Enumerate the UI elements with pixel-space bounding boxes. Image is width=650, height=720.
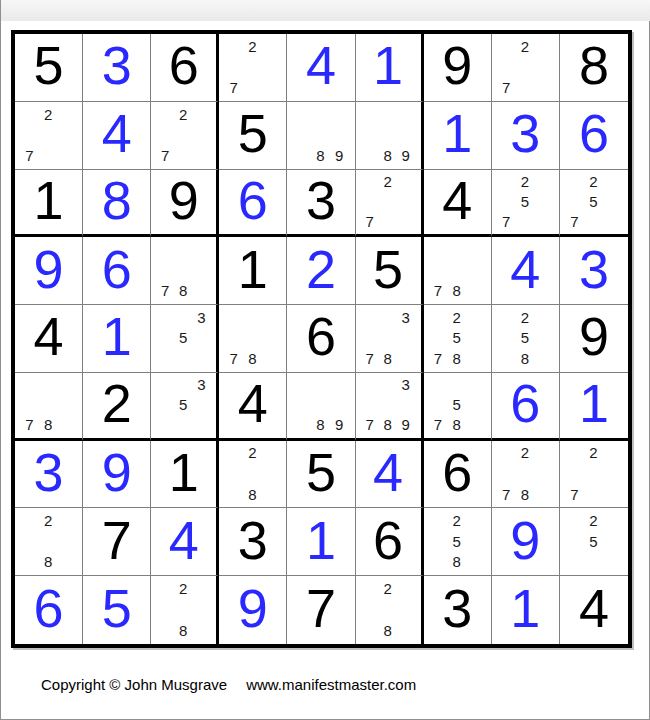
cell-r8c5: 1 — [287, 508, 355, 576]
cell-r5c2: 1 — [83, 305, 151, 373]
cell-r6c5: 89 — [287, 373, 355, 441]
candidate-7: 7 — [361, 348, 379, 369]
cell-r8c1: 28 — [15, 508, 83, 576]
cell-r6c9: 1 — [560, 373, 628, 441]
solved-digit: 9 — [510, 513, 540, 567]
candidate-7: 7 — [497, 77, 516, 98]
candidate-2: 2 — [515, 307, 534, 328]
cell-r2c9: 6 — [560, 102, 628, 170]
cell-r1c5: 4 — [287, 34, 355, 102]
cell-r1c1: 5 — [15, 34, 83, 102]
cell-r4c6: 5 — [356, 237, 424, 305]
pencil-marks: 89 — [287, 373, 354, 438]
cell-r1c9: 8 — [560, 34, 628, 102]
cell-r3c8: 257 — [492, 170, 560, 238]
cell-r8c8: 9 — [492, 508, 560, 576]
pencil-marks: 258 — [492, 305, 559, 372]
solved-digit: 1 — [442, 106, 472, 160]
candidate-8: 8 — [379, 348, 397, 369]
given-digit: 6 — [306, 309, 336, 363]
candidate-8: 8 — [39, 415, 58, 435]
cell-r2c3: 27 — [151, 102, 219, 170]
pencil-marks: 28 — [356, 576, 421, 644]
solved-digit: 4 — [510, 242, 540, 296]
website-url: www.manifestmaster.com — [246, 676, 416, 693]
pencil-marks: 27 — [560, 441, 628, 508]
candidate-7: 7 — [224, 77, 243, 98]
cell-r3c6: 27 — [356, 170, 424, 238]
candidate-2: 2 — [584, 443, 603, 464]
cell-r7c1: 3 — [15, 441, 83, 509]
candidate-7: 7 — [156, 281, 174, 302]
cell-r4c8: 4 — [492, 237, 560, 305]
candidate-2: 2 — [379, 172, 397, 192]
cell-r1c4: 27 — [219, 34, 287, 102]
pencil-marks: 257 — [560, 170, 628, 235]
candidate-2: 2 — [39, 104, 58, 125]
cell-r6c8: 6 — [492, 373, 560, 441]
pencil-marks: 89 — [356, 102, 421, 169]
pencil-marks: 78 — [151, 237, 216, 304]
candidate-7: 7 — [429, 415, 448, 435]
given-digit: 9 — [169, 173, 199, 227]
candidate-5: 5 — [447, 328, 466, 349]
cell-r5c9: 9 — [560, 305, 628, 373]
cell-r9c9: 4 — [560, 576, 628, 644]
given-digit: 6 — [169, 38, 199, 92]
cell-r3c3: 9 — [151, 170, 219, 238]
cell-r2c6: 89 — [356, 102, 424, 170]
candidate-2: 2 — [379, 578, 397, 599]
candidate-7: 7 — [429, 348, 448, 369]
cell-r2c7: 1 — [424, 102, 492, 170]
cell-r6c6: 3789 — [356, 373, 424, 441]
cell-r5c4: 78 — [219, 305, 287, 373]
candidate-8: 8 — [243, 484, 262, 505]
solved-digit: 3 — [510, 106, 540, 160]
cell-r9c2: 5 — [83, 576, 151, 644]
cell-r4c5: 2 — [287, 237, 355, 305]
cell-r3c7: 4 — [424, 170, 492, 238]
given-digit: 4 — [238, 376, 268, 430]
candidate-5: 5 — [447, 531, 466, 552]
given-digit: 6 — [442, 445, 472, 499]
given-digit: 4 — [34, 309, 64, 363]
cell-r1c8: 27 — [492, 34, 560, 102]
solved-digit: 1 — [579, 376, 609, 430]
candidate-5: 5 — [174, 395, 192, 415]
pencil-marks: 89 — [287, 102, 354, 169]
cell-r3c1: 1 — [15, 170, 83, 238]
cell-r1c6: 1 — [356, 34, 424, 102]
given-digit: 3 — [238, 513, 268, 567]
pencil-marks: 278 — [492, 441, 559, 508]
given-digit: 5 — [238, 106, 268, 160]
candidate-8: 8 — [311, 415, 330, 435]
candidate-8: 8 — [174, 281, 192, 302]
cell-r4c2: 6 — [83, 237, 151, 305]
candidate-5: 5 — [584, 191, 603, 211]
cell-r4c9: 3 — [560, 237, 628, 305]
top-bar — [1, 0, 650, 21]
solved-digit: 9 — [102, 445, 132, 499]
candidate-3: 3 — [192, 307, 210, 328]
cell-r3c9: 257 — [560, 170, 628, 238]
candidate-2: 2 — [584, 510, 603, 531]
candidate-3: 3 — [397, 307, 415, 328]
solved-digit: 5 — [102, 581, 132, 635]
cell-r7c2: 9 — [83, 441, 151, 509]
candidate-8: 8 — [447, 281, 466, 302]
cell-r9c5: 7 — [287, 576, 355, 644]
candidate-8: 8 — [379, 145, 397, 166]
candidate-5: 5 — [515, 191, 534, 211]
candidate-2: 2 — [515, 172, 534, 192]
cell-r3c2: 8 — [83, 170, 151, 238]
given-digit: 1 — [169, 445, 199, 499]
cell-r6c7: 578 — [424, 373, 492, 441]
given-digit: 9 — [579, 309, 609, 363]
solved-digit: 6 — [238, 173, 268, 227]
candidate-2: 2 — [584, 172, 603, 192]
pencil-marks: 27 — [356, 170, 421, 235]
candidate-7: 7 — [20, 415, 39, 435]
cell-r7c3: 1 — [151, 441, 219, 509]
pencil-marks: 2578 — [424, 305, 491, 372]
cell-r6c2: 2 — [83, 373, 151, 441]
candidate-2: 2 — [447, 510, 466, 531]
candidate-7: 7 — [565, 211, 584, 231]
given-digit: 6 — [373, 513, 403, 567]
solved-digit: 6 — [34, 581, 64, 635]
cell-r9c8: 1 — [492, 576, 560, 644]
cell-r8c6: 6 — [356, 508, 424, 576]
pencil-marks: 25 — [560, 508, 628, 575]
candidate-5: 5 — [584, 531, 603, 552]
given-digit: 1 — [238, 242, 268, 296]
candidate-8: 8 — [379, 415, 397, 435]
cell-r9c1: 6 — [15, 576, 83, 644]
cell-r7c4: 28 — [219, 441, 287, 509]
candidate-7: 7 — [361, 211, 379, 231]
given-digit: 3 — [306, 173, 336, 227]
pencil-marks: 378 — [356, 305, 421, 372]
pencil-marks: 257 — [492, 170, 559, 235]
cell-r8c4: 3 — [219, 508, 287, 576]
candidate-2: 2 — [515, 36, 534, 57]
candidate-2: 2 — [515, 443, 534, 464]
cell-r4c1: 9 — [15, 237, 83, 305]
candidate-9: 9 — [330, 145, 349, 166]
pencil-marks: 27 — [151, 102, 216, 169]
pencil-marks: 35 — [151, 305, 216, 372]
candidate-7: 7 — [224, 348, 243, 369]
candidate-7: 7 — [497, 211, 516, 231]
cell-r7c8: 278 — [492, 441, 560, 509]
candidate-7: 7 — [156, 145, 174, 166]
candidate-8: 8 — [174, 620, 192, 641]
solved-digit: 3 — [579, 242, 609, 296]
candidate-7: 7 — [20, 145, 39, 166]
given-digit: 4 — [579, 581, 609, 635]
pencil-marks: 78 — [424, 237, 491, 304]
cell-r5c6: 378 — [356, 305, 424, 373]
candidate-8: 8 — [447, 348, 466, 369]
pencil-marks: 27 — [219, 34, 286, 101]
candidate-2: 2 — [39, 510, 58, 531]
cell-r5c7: 2578 — [424, 305, 492, 373]
solved-digit: 1 — [373, 38, 403, 92]
candidate-8: 8 — [39, 552, 58, 573]
candidate-9: 9 — [397, 415, 415, 435]
solved-digit: 1 — [102, 309, 132, 363]
solved-digit: 8 — [102, 173, 132, 227]
solved-digit: 9 — [238, 581, 268, 635]
candidate-8: 8 — [447, 552, 466, 573]
solved-digit: 9 — [34, 242, 64, 296]
solved-digit: 4 — [102, 106, 132, 160]
cell-r5c5: 6 — [287, 305, 355, 373]
candidate-5: 5 — [174, 328, 192, 349]
pencil-marks: 35 — [151, 373, 216, 438]
given-digit: 5 — [34, 38, 64, 92]
cell-r8c7: 258 — [424, 508, 492, 576]
given-digit: 7 — [306, 581, 336, 635]
candidate-8: 8 — [379, 620, 397, 641]
solved-digit: 6 — [579, 106, 609, 160]
cell-r9c4: 9 — [219, 576, 287, 644]
candidate-7: 7 — [361, 415, 379, 435]
cell-r8c3: 4 — [151, 508, 219, 576]
candidate-7: 7 — [497, 484, 516, 505]
candidate-5: 5 — [447, 395, 466, 415]
solved-digit: 1 — [510, 581, 540, 635]
candidate-2: 2 — [243, 36, 262, 57]
cell-r7c7: 6 — [424, 441, 492, 509]
candidate-8: 8 — [515, 348, 534, 369]
pencil-marks: 27 — [15, 102, 82, 169]
cell-r2c1: 27 — [15, 102, 83, 170]
candidate-2: 2 — [243, 443, 262, 464]
cell-r5c3: 35 — [151, 305, 219, 373]
cell-r6c3: 35 — [151, 373, 219, 441]
cell-r7c5: 5 — [287, 441, 355, 509]
cell-r7c6: 4 — [356, 441, 424, 509]
sudoku-board: 5362741927827427589891361896327425725796… — [11, 30, 632, 648]
given-digit: 8 — [579, 38, 609, 92]
cell-r6c4: 4 — [219, 373, 287, 441]
given-digit: 5 — [306, 445, 336, 499]
candidate-8: 8 — [515, 484, 534, 505]
solved-digit: 6 — [510, 376, 540, 430]
candidate-3: 3 — [397, 375, 415, 395]
cell-r2c2: 4 — [83, 102, 151, 170]
pencil-marks: 78 — [219, 305, 286, 372]
pencil-marks: 578 — [424, 373, 491, 438]
pencil-marks: 78 — [15, 373, 82, 438]
given-digit: 7 — [102, 513, 132, 567]
solved-digit: 6 — [102, 242, 132, 296]
cell-r4c3: 78 — [151, 237, 219, 305]
pencil-marks: 3789 — [356, 373, 421, 438]
pencil-marks: 28 — [219, 441, 286, 508]
pencil-marks: 27 — [492, 34, 559, 101]
cell-r6c1: 78 — [15, 373, 83, 441]
solved-digit: 4 — [306, 38, 336, 92]
cell-r1c3: 6 — [151, 34, 219, 102]
solved-digit: 1 — [306, 513, 336, 567]
cell-r5c1: 4 — [15, 305, 83, 373]
cell-r1c7: 9 — [424, 34, 492, 102]
cell-r1c2: 3 — [83, 34, 151, 102]
candidate-7: 7 — [429, 281, 448, 302]
solved-digit: 3 — [102, 38, 132, 92]
cell-r9c7: 3 — [424, 576, 492, 644]
cell-r3c4: 6 — [219, 170, 287, 238]
given-digit: 4 — [442, 173, 472, 227]
cell-r5c8: 258 — [492, 305, 560, 373]
solved-digit: 4 — [169, 513, 199, 567]
cell-r8c2: 7 — [83, 508, 151, 576]
cell-r9c6: 28 — [356, 576, 424, 644]
candidate-2: 2 — [447, 307, 466, 328]
cell-r3c5: 3 — [287, 170, 355, 238]
candidate-9: 9 — [397, 145, 415, 166]
given-digit: 5 — [373, 242, 403, 296]
given-digit: 3 — [442, 581, 472, 635]
solved-digit: 4 — [373, 445, 403, 499]
cell-r2c4: 5 — [219, 102, 287, 170]
pencil-marks: 28 — [151, 576, 216, 644]
candidate-8: 8 — [447, 415, 466, 435]
cell-r8c9: 25 — [560, 508, 628, 576]
cell-r2c8: 3 — [492, 102, 560, 170]
candidate-5: 5 — [515, 328, 534, 349]
given-digit: 2 — [102, 376, 132, 430]
given-digit: 1 — [34, 173, 64, 227]
pencil-marks: 28 — [15, 508, 82, 575]
copyright-text: Copyright © John Musgrave — [41, 676, 227, 693]
cell-r9c3: 28 — [151, 576, 219, 644]
cell-r4c4: 1 — [219, 237, 287, 305]
cell-r4c7: 78 — [424, 237, 492, 305]
footer: Copyright © John Musgravewww.manifestmas… — [41, 676, 416, 693]
candidate-8: 8 — [311, 145, 330, 166]
pencil-marks: 258 — [424, 508, 491, 575]
candidate-8: 8 — [243, 348, 262, 369]
cell-r2c5: 89 — [287, 102, 355, 170]
candidate-3: 3 — [192, 375, 210, 395]
solved-digit: 3 — [34, 445, 64, 499]
candidate-7: 7 — [565, 484, 584, 505]
candidate-2: 2 — [174, 104, 192, 125]
cell-r7c9: 27 — [560, 441, 628, 509]
candidate-9: 9 — [330, 415, 349, 435]
given-digit: 9 — [442, 38, 472, 92]
page: 5362741927827427589891361896327425725796… — [0, 0, 650, 720]
candidate-2: 2 — [174, 578, 192, 599]
solved-digit: 2 — [306, 242, 336, 296]
